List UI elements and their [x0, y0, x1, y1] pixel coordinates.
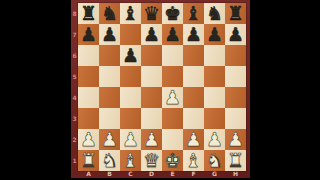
square-b5[interactable] — [99, 66, 120, 87]
square-a7[interactable]: ♟ — [78, 24, 99, 45]
piece-black-king[interactable]: ♚ — [162, 3, 183, 24]
square-c6[interactable]: ♟ — [120, 45, 141, 66]
square-f2[interactable]: ♟ — [183, 129, 204, 150]
square-d2[interactable]: ♟ — [141, 129, 162, 150]
rank-label-7: 7 — [71, 24, 78, 45]
file-label-e: E — [162, 170, 183, 178]
square-h5[interactable] — [225, 66, 246, 87]
square-e3[interactable] — [162, 108, 183, 129]
file-labels: ABCDEFGH — [78, 170, 246, 178]
piece-black-pawn[interactable]: ♟ — [225, 24, 246, 45]
piece-black-pawn[interactable]: ♟ — [120, 45, 141, 66]
square-b2[interactable]: ♟ — [99, 129, 120, 150]
square-e6[interactable] — [162, 45, 183, 66]
square-d8[interactable]: ♛ — [141, 3, 162, 24]
square-h8[interactable]: ♜ — [225, 3, 246, 24]
square-c5[interactable] — [120, 66, 141, 87]
square-f5[interactable] — [183, 66, 204, 87]
square-e2[interactable] — [162, 129, 183, 150]
square-f8[interactable]: ♝ — [183, 3, 204, 24]
square-e7[interactable]: ♟ — [162, 24, 183, 45]
square-h4[interactable] — [225, 87, 246, 108]
square-e4[interactable]: ♟ — [162, 87, 183, 108]
piece-black-rook[interactable]: ♜ — [78, 3, 99, 24]
file-label-c: C — [120, 170, 141, 178]
square-b1[interactable]: ♞ — [99, 150, 120, 171]
square-a1[interactable]: ♜ — [78, 150, 99, 171]
piece-black-knight[interactable]: ♞ — [204, 3, 225, 24]
piece-white-knight[interactable]: ♞ — [204, 150, 225, 171]
square-a4[interactable] — [78, 87, 99, 108]
square-g8[interactable]: ♞ — [204, 3, 225, 24]
rank-label-8: 8 — [71, 3, 78, 24]
square-c4[interactable] — [120, 87, 141, 108]
file-label-d: D — [141, 170, 162, 178]
square-h1[interactable]: ♜ — [225, 150, 246, 171]
piece-white-knight[interactable]: ♞ — [99, 150, 120, 171]
square-d1[interactable]: ♛ — [141, 150, 162, 171]
piece-white-rook[interactable]: ♜ — [78, 150, 99, 171]
piece-black-pawn[interactable]: ♟ — [204, 24, 225, 45]
square-f7[interactable]: ♟ — [183, 24, 204, 45]
piece-white-king[interactable]: ♚ — [162, 150, 183, 171]
square-h3[interactable] — [225, 108, 246, 129]
square-d7[interactable]: ♟ — [141, 24, 162, 45]
square-h6[interactable] — [225, 45, 246, 66]
square-c8[interactable]: ♝ — [120, 3, 141, 24]
piece-black-pawn[interactable]: ♟ — [183, 24, 204, 45]
square-d4[interactable] — [141, 87, 162, 108]
square-a3[interactable] — [78, 108, 99, 129]
piece-white-pawn[interactable]: ♟ — [120, 129, 141, 150]
square-g6[interactable] — [204, 45, 225, 66]
video-frame: 87654321 ♜♞♝♛♚♝♞♜♟♟♟♟♟♟♟♟♟♟♟♟♟♟♟♟♜♞♝♛♚♝♞… — [0, 0, 320, 180]
square-e8[interactable]: ♚ — [162, 3, 183, 24]
square-b7[interactable]: ♟ — [99, 24, 120, 45]
piece-black-bishop[interactable]: ♝ — [183, 3, 204, 24]
square-b3[interactable] — [99, 108, 120, 129]
square-d5[interactable] — [141, 66, 162, 87]
piece-white-pawn[interactable]: ♟ — [225, 129, 246, 150]
chess-board-frame: 87654321 ♜♞♝♛♚♝♞♜♟♟♟♟♟♟♟♟♟♟♟♟♟♟♟♟♜♞♝♛♚♝♞… — [71, 0, 250, 178]
square-g3[interactable] — [204, 108, 225, 129]
file-label-g: G — [204, 170, 225, 178]
piece-black-bishop[interactable]: ♝ — [120, 3, 141, 24]
square-b8[interactable]: ♞ — [99, 3, 120, 24]
rank-label-3: 3 — [71, 108, 78, 129]
square-a2[interactable]: ♟ — [78, 129, 99, 150]
rank-labels: 87654321 — [71, 3, 78, 171]
square-h2[interactable]: ♟ — [225, 129, 246, 150]
piece-black-queen[interactable]: ♛ — [141, 3, 162, 24]
square-e1[interactable]: ♚ — [162, 150, 183, 171]
square-c1[interactable]: ♝ — [120, 150, 141, 171]
square-b6[interactable] — [99, 45, 120, 66]
piece-white-pawn[interactable]: ♟ — [141, 129, 162, 150]
square-d3[interactable] — [141, 108, 162, 129]
chess-board[interactable]: ♜♞♝♛♚♝♞♜♟♟♟♟♟♟♟♟♟♟♟♟♟♟♟♟♜♞♝♛♚♝♞♜ — [78, 3, 246, 171]
square-b4[interactable] — [99, 87, 120, 108]
square-f1[interactable]: ♝ — [183, 150, 204, 171]
piece-white-pawn[interactable]: ♟ — [99, 129, 120, 150]
square-h7[interactable]: ♟ — [225, 24, 246, 45]
rank-label-5: 5 — [71, 66, 78, 87]
square-g4[interactable] — [204, 87, 225, 108]
square-e5[interactable] — [162, 66, 183, 87]
square-d6[interactable] — [141, 45, 162, 66]
piece-black-knight[interactable]: ♞ — [99, 3, 120, 24]
square-c3[interactable] — [120, 108, 141, 129]
square-f4[interactable] — [183, 87, 204, 108]
piece-white-rook[interactable]: ♜ — [225, 150, 246, 171]
piece-black-pawn[interactable]: ♟ — [162, 24, 183, 45]
piece-black-pawn[interactable]: ♟ — [99, 24, 120, 45]
rank-label-4: 4 — [71, 87, 78, 108]
file-label-a: A — [78, 170, 99, 178]
square-c2[interactable]: ♟ — [120, 129, 141, 150]
square-g1[interactable]: ♞ — [204, 150, 225, 171]
square-a5[interactable] — [78, 66, 99, 87]
rank-label-2: 2 — [71, 129, 78, 150]
rank-label-6: 6 — [71, 45, 78, 66]
square-c7[interactable] — [120, 24, 141, 45]
square-a6[interactable] — [78, 45, 99, 66]
piece-white-bishop[interactable]: ♝ — [183, 150, 204, 171]
square-a8[interactable]: ♜ — [78, 3, 99, 24]
square-f6[interactable] — [183, 45, 204, 66]
file-label-b: B — [99, 170, 120, 178]
file-label-f: F — [183, 170, 204, 178]
square-g2[interactable]: ♟ — [204, 129, 225, 150]
square-g5[interactable] — [204, 66, 225, 87]
square-f3[interactable] — [183, 108, 204, 129]
piece-white-queen[interactable]: ♛ — [141, 150, 162, 171]
square-g7[interactable]: ♟ — [204, 24, 225, 45]
piece-white-pawn[interactable]: ♟ — [204, 129, 225, 150]
piece-black-rook[interactable]: ♜ — [225, 3, 246, 24]
piece-white-pawn[interactable]: ♟ — [183, 129, 204, 150]
piece-white-bishop[interactable]: ♝ — [120, 150, 141, 171]
file-label-h: H — [225, 170, 246, 178]
piece-black-pawn[interactable]: ♟ — [78, 24, 99, 45]
rank-label-1: 1 — [71, 150, 78, 171]
piece-white-pawn[interactable]: ♟ — [162, 87, 183, 108]
piece-white-pawn[interactable]: ♟ — [78, 129, 99, 150]
piece-black-pawn[interactable]: ♟ — [141, 24, 162, 45]
